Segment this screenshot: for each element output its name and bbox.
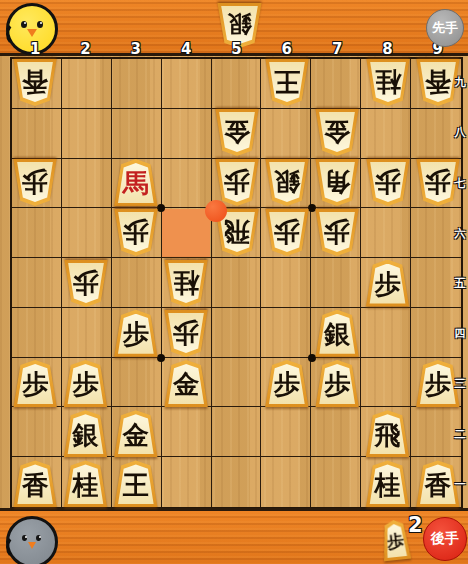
board-square[interactable]	[261, 457, 311, 507]
piece-glyph: 金	[163, 372, 209, 398]
piece-glyph: 角	[314, 168, 360, 194]
file-label: 5	[227, 40, 247, 58]
piece-glyph: 歩	[365, 168, 411, 194]
piece-7四[interactable]: 銀	[314, 310, 360, 357]
piece-glyph: 銀	[264, 168, 310, 194]
piece-1三[interactable]: 歩	[12, 360, 58, 407]
board-square[interactable]	[112, 59, 162, 109]
piece-8二[interactable]: 飛	[365, 410, 411, 457]
board-square[interactable]	[212, 258, 262, 308]
board-square[interactable]	[212, 358, 262, 408]
piece-1九[interactable]: 香	[12, 59, 58, 106]
piece-glyph: 桂	[63, 473, 109, 499]
piece-glyph: 金	[214, 117, 260, 143]
board-square[interactable]	[12, 258, 62, 308]
board-square[interactable]	[311, 258, 361, 308]
piece-glyph: 銀	[63, 423, 109, 449]
piece-1七[interactable]: 歩	[12, 159, 58, 206]
bottom-player-avatar	[6, 516, 58, 564]
piece-glyph: 歩	[264, 218, 310, 244]
piece-3二[interactable]: 金	[113, 410, 159, 457]
board-square[interactable]	[112, 109, 162, 159]
board-square[interactable]	[311, 407, 361, 457]
piece-4三[interactable]: 金	[163, 360, 209, 407]
board-square[interactable]	[62, 109, 112, 159]
board-square[interactable]	[112, 258, 162, 308]
gote-badge: 後手	[423, 517, 467, 561]
file-label: 4	[176, 40, 196, 58]
piece-glyph: 桂	[365, 67, 411, 93]
board-square[interactable]	[311, 59, 361, 109]
piece-glyph: 飛	[365, 423, 411, 449]
board-square[interactable]	[62, 208, 112, 258]
bottom-hand-piece-glyph: 歩	[380, 532, 411, 552]
piece-glyph: 歩	[12, 168, 58, 194]
board-square[interactable]	[261, 258, 311, 308]
sente-badge: 先手	[426, 9, 464, 47]
board-square[interactable]	[261, 308, 311, 358]
top-hand-piece-glyph: 銀	[216, 12, 263, 36]
piece-glyph: 歩	[314, 372, 360, 398]
piece-2三[interactable]: 歩	[63, 360, 109, 407]
piece-7七[interactable]: 角	[314, 159, 360, 206]
chick-eye-right	[37, 21, 43, 28]
board-square[interactable]	[162, 159, 212, 209]
board-square[interactable]	[212, 457, 262, 507]
piece-8九[interactable]: 桂	[365, 59, 411, 106]
piece-5八[interactable]: 金	[214, 109, 260, 156]
file-label: 1	[25, 40, 45, 58]
piece-8一[interactable]: 桂	[365, 460, 411, 507]
piece-2五[interactable]: 歩	[63, 260, 109, 307]
piece-glyph: 歩	[314, 218, 360, 244]
bird-beak	[28, 542, 36, 549]
piece-1一[interactable]: 香	[12, 460, 58, 507]
piece-5七[interactable]: 歩	[214, 159, 260, 206]
piece-4五[interactable]: 桂	[163, 260, 209, 307]
bird-eye-left	[22, 535, 27, 541]
piece-glyph: 桂	[365, 473, 411, 499]
piece-glyph: 馬	[113, 171, 159, 197]
piece-7八[interactable]: 金	[314, 109, 360, 156]
board-square[interactable]	[12, 109, 62, 159]
rank-label: 一	[452, 477, 468, 492]
piece-glyph: 歩	[113, 218, 159, 244]
board-square[interactable]	[361, 358, 411, 408]
rank-label: 五	[452, 276, 468, 291]
board-square[interactable]	[311, 457, 361, 507]
board-square[interactable]	[62, 159, 112, 209]
piece-glyph: 歩	[214, 168, 260, 194]
file-label: 8	[378, 40, 398, 58]
piece-glyph: 王	[264, 67, 310, 93]
piece-glyph: 歩	[163, 318, 209, 344]
file-label: 7	[327, 40, 347, 58]
piece-8五[interactable]: 歩	[365, 260, 411, 307]
piece-glyph: 香	[12, 67, 58, 93]
rank-label: 六	[452, 226, 468, 241]
piece-3七[interactable]: 馬	[113, 159, 159, 206]
piece-glyph: 金	[113, 423, 159, 449]
board-square[interactable]	[212, 59, 262, 109]
board-square[interactable]	[12, 407, 62, 457]
board-square[interactable]	[12, 208, 62, 258]
piece-6九[interactable]: 王	[264, 59, 310, 106]
chick-eye-left	[21, 21, 27, 28]
shogi-app: 銀 先手 歩 2 後手 123456789九八七六五四三二一香王桂香金金歩馬歩銀…	[0, 0, 468, 564]
board-square[interactable]	[162, 59, 212, 109]
piece-glyph: 銀	[314, 322, 360, 348]
board-square[interactable]	[12, 308, 62, 358]
rank-label: 二	[452, 427, 468, 442]
board-square[interactable]	[361, 109, 411, 159]
piece-4四[interactable]: 歩	[163, 310, 209, 357]
piece-glyph: 香	[12, 473, 58, 499]
piece-3一[interactable]: 王	[113, 460, 159, 507]
bird-eye-right	[36, 535, 41, 541]
file-label: 3	[126, 40, 146, 58]
piece-glyph: 歩	[63, 372, 109, 398]
piece-glyph: 桂	[163, 268, 209, 294]
board-square[interactable]	[162, 457, 212, 507]
rank-label: 八	[452, 125, 468, 140]
piece-3四[interactable]: 歩	[113, 310, 159, 357]
piece-glyph: 歩	[12, 372, 58, 398]
board-square[interactable]	[361, 308, 411, 358]
board-square[interactable]	[62, 308, 112, 358]
board-square[interactable]	[212, 407, 262, 457]
file-label: 6	[277, 40, 297, 58]
piece-glyph: 王	[113, 473, 159, 499]
rank-label: 三	[452, 376, 468, 391]
piece-3六[interactable]: 歩	[113, 209, 159, 256]
board-square[interactable]	[162, 109, 212, 159]
piece-glyph: 飛	[214, 218, 260, 244]
bottom-hand-pawn-count: 2	[408, 513, 423, 537]
piece-6三[interactable]: 歩	[264, 360, 310, 407]
board-square[interactable]	[112, 358, 162, 408]
board-square[interactable]	[212, 308, 262, 358]
board-square[interactable]	[62, 59, 112, 109]
piece-glyph: 歩	[113, 322, 159, 348]
file-label: 2	[76, 40, 96, 58]
piece-6七[interactable]: 銀	[264, 159, 310, 206]
board-square[interactable]	[261, 109, 311, 159]
chick-beak	[27, 29, 37, 37]
piece-7三[interactable]: 歩	[314, 360, 360, 407]
rank-label: 四	[452, 326, 468, 341]
last-move-origin-highlight	[162, 209, 210, 257]
piece-glyph: 金	[314, 117, 360, 143]
piece-glyph: 歩	[63, 268, 109, 294]
board-square[interactable]	[162, 407, 212, 457]
board-square[interactable]	[261, 407, 311, 457]
rank-label: 九	[452, 75, 468, 90]
last-move-destination-dot	[205, 200, 227, 222]
piece-6六[interactable]: 歩	[264, 209, 310, 256]
piece-glyph: 歩	[365, 272, 411, 298]
rank-label: 七	[452, 176, 468, 191]
piece-8七[interactable]: 歩	[365, 159, 411, 206]
piece-7六[interactable]: 歩	[314, 209, 360, 256]
piece-glyph: 歩	[264, 372, 310, 398]
piece-2一[interactable]: 桂	[63, 460, 109, 507]
piece-2二[interactable]: 銀	[63, 410, 109, 457]
board-square[interactable]	[361, 208, 411, 258]
